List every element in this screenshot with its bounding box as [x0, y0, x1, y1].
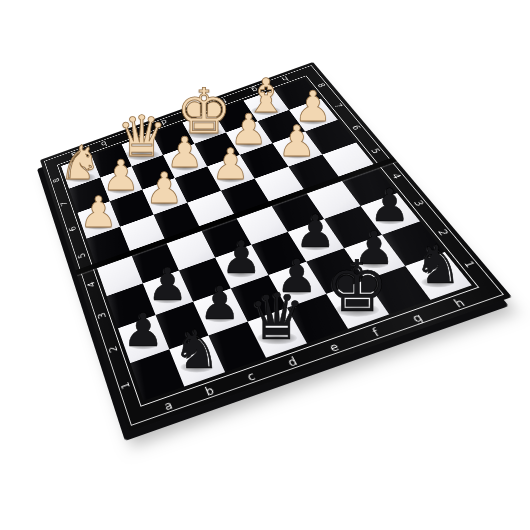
- piece-black-queen-d1[interactable]: ♛: [248, 285, 306, 349]
- piece-black-knight-h1[interactable]: ♞: [414, 238, 462, 292]
- piece-white-pawn-g6[interactable]: ♟: [278, 120, 317, 163]
- piece-white-knight-a8[interactable]: ♞: [59, 139, 101, 186]
- piece-black-pawn-a2[interactable]: ♟: [122, 307, 163, 353]
- pieces-layer: ♝♟♚♟♟♛♟♞♟♟♟♟♟♟♟♟♞♟♟♚♟♛♟♞: [0, 0, 530, 530]
- piece-black-pawn-d3[interactable]: ♟: [221, 235, 262, 280]
- piece-black-pawn-b3[interactable]: ♟: [147, 262, 188, 307]
- piece-white-pawn-a6[interactable]: ♟: [79, 191, 117, 234]
- piece-white-pawn-c6[interactable]: ♟: [145, 167, 184, 210]
- piece-white-pawn-e6[interactable]: ♟: [211, 143, 250, 186]
- piece-black-king-f1[interactable]: ♚: [325, 251, 389, 322]
- product-photo: aa88bb77cc66dd55ee44ff33gg22hh11 ♝♟♚♟♟♛♟…: [0, 0, 530, 530]
- piece-black-knight-b1[interactable]: ♞: [173, 323, 221, 377]
